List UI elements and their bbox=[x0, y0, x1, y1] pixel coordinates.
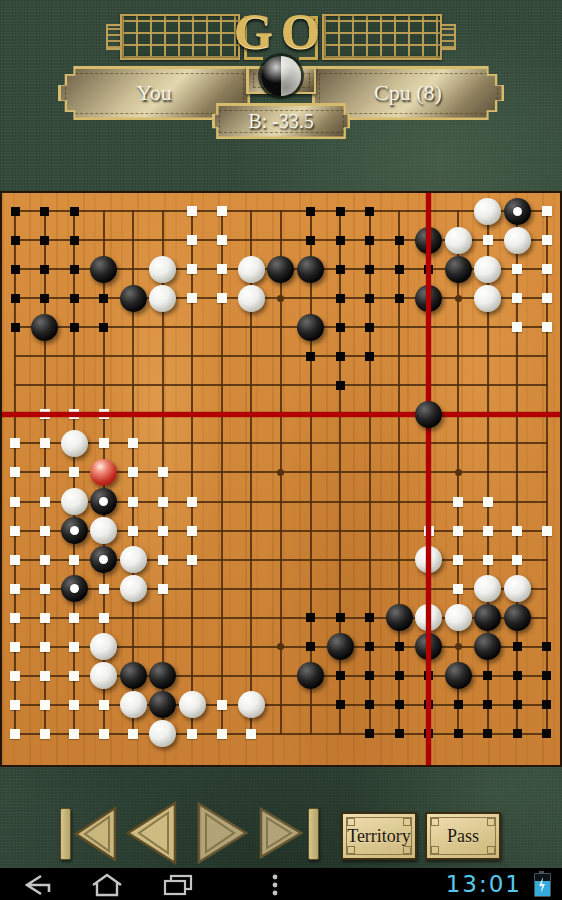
white-territory-marker bbox=[99, 584, 109, 594]
white-territory-marker bbox=[10, 584, 20, 594]
white-stone bbox=[90, 633, 117, 660]
black-territory-marker bbox=[542, 671, 551, 680]
black-stone bbox=[149, 662, 176, 689]
white-stone bbox=[238, 285, 265, 312]
white-territory-marker bbox=[10, 555, 20, 565]
white-territory-marker bbox=[453, 497, 463, 507]
white-stone bbox=[149, 285, 176, 312]
white-territory-marker bbox=[158, 497, 168, 507]
white-territory-marker bbox=[10, 497, 20, 507]
white-territory-marker bbox=[10, 467, 20, 477]
dead-stone-dot bbox=[70, 584, 79, 593]
white-territory-marker bbox=[158, 467, 168, 477]
black-territory-marker bbox=[454, 729, 463, 738]
black-stone bbox=[297, 256, 324, 283]
white-territory-marker bbox=[187, 497, 197, 507]
white-territory-marker bbox=[69, 729, 79, 739]
black-territory-marker bbox=[365, 207, 374, 216]
black-territory-marker bbox=[542, 700, 551, 709]
white-stone bbox=[474, 198, 501, 225]
hoshi-point bbox=[455, 295, 462, 302]
go-to-start-button[interactable] bbox=[70, 805, 120, 863]
dead-stone-dot bbox=[99, 555, 108, 564]
dead-stone-dot bbox=[513, 207, 522, 216]
black-stone bbox=[474, 604, 501, 631]
black-territory-marker bbox=[70, 265, 79, 274]
black-territory-marker bbox=[306, 236, 315, 245]
black-territory-marker bbox=[336, 381, 345, 390]
black-territory-marker bbox=[336, 613, 345, 622]
grid-line-vertical bbox=[398, 210, 400, 735]
white-territory-marker bbox=[40, 555, 50, 565]
white-territory-marker bbox=[187, 729, 197, 739]
white-territory-marker bbox=[512, 264, 522, 274]
white-territory-marker bbox=[217, 264, 227, 274]
black-stone bbox=[31, 314, 58, 341]
grid-line-vertical bbox=[369, 210, 371, 735]
android-status-bar: 13:01 bbox=[0, 868, 562, 900]
white-territory-marker bbox=[128, 438, 138, 448]
black-territory-marker bbox=[395, 294, 404, 303]
crosshair-line-horizontal bbox=[2, 412, 560, 417]
black-territory-marker bbox=[483, 729, 492, 738]
crosshair-line-vertical bbox=[426, 193, 431, 765]
black-territory-marker bbox=[336, 352, 345, 361]
go-to-end-button[interactable] bbox=[258, 806, 306, 860]
status-clock: 13:01 bbox=[446, 871, 522, 897]
white-territory-marker bbox=[10, 700, 20, 710]
score-plate: B: -33.5 bbox=[212, 103, 350, 139]
white-stone bbox=[445, 604, 472, 631]
black-territory-marker bbox=[542, 729, 551, 738]
black-territory-marker bbox=[70, 236, 79, 245]
dead-black-stone bbox=[90, 488, 117, 515]
white-territory-marker bbox=[542, 322, 552, 332]
black-stone bbox=[504, 604, 531, 631]
white-territory-marker bbox=[512, 526, 522, 536]
black-territory-marker bbox=[483, 700, 492, 709]
white-territory-marker bbox=[542, 293, 552, 303]
white-territory-marker bbox=[40, 613, 50, 623]
black-territory-marker bbox=[40, 207, 49, 216]
black-territory-marker bbox=[99, 323, 108, 332]
white-territory-marker bbox=[10, 642, 20, 652]
app-title: GO bbox=[0, 2, 562, 60]
white-territory-marker bbox=[512, 322, 522, 332]
white-territory-marker bbox=[217, 293, 227, 303]
black-stone bbox=[267, 256, 294, 283]
white-territory-marker bbox=[158, 584, 168, 594]
black-stone bbox=[120, 285, 147, 312]
grid-line-vertical bbox=[516, 210, 518, 735]
black-territory-marker bbox=[306, 613, 315, 622]
black-stone bbox=[297, 314, 324, 341]
red-highlighted-stone bbox=[90, 459, 117, 486]
black-territory-marker bbox=[395, 671, 404, 680]
white-stone bbox=[504, 227, 531, 254]
hoshi-point bbox=[277, 643, 284, 650]
black-territory-marker bbox=[365, 323, 374, 332]
white-stone bbox=[474, 575, 501, 602]
white-territory-marker bbox=[512, 555, 522, 565]
white-territory-marker bbox=[69, 671, 79, 681]
white-territory-marker bbox=[99, 613, 109, 623]
white-territory-marker bbox=[10, 671, 20, 681]
white-territory-marker bbox=[483, 235, 493, 245]
white-territory-marker bbox=[217, 206, 227, 216]
white-stone bbox=[445, 227, 472, 254]
white-territory-marker bbox=[128, 467, 138, 477]
white-territory-marker bbox=[128, 729, 138, 739]
hoshi-point bbox=[277, 295, 284, 302]
grid-line-horizontal bbox=[14, 733, 548, 735]
black-territory-marker bbox=[11, 323, 20, 332]
white-territory-marker bbox=[40, 671, 50, 681]
white-territory-marker bbox=[542, 526, 552, 536]
battery-icon bbox=[534, 873, 551, 897]
black-territory-marker bbox=[70, 207, 79, 216]
white-territory-marker bbox=[10, 526, 20, 536]
white-territory-marker bbox=[40, 438, 50, 448]
back-icon[interactable] bbox=[20, 873, 56, 897]
black-territory-marker bbox=[70, 323, 79, 332]
white-territory-marker bbox=[453, 526, 463, 536]
white-territory-marker bbox=[40, 526, 50, 536]
black-territory-marker bbox=[395, 700, 404, 709]
white-territory-marker bbox=[40, 700, 50, 710]
goban[interactable] bbox=[0, 191, 562, 767]
white-stone bbox=[120, 691, 147, 718]
black-stone bbox=[386, 604, 413, 631]
white-stone bbox=[238, 691, 265, 718]
dead-stone-dot bbox=[99, 497, 108, 506]
hoshi-point bbox=[277, 469, 284, 476]
black-territory-marker bbox=[40, 236, 49, 245]
white-territory-marker bbox=[483, 555, 493, 565]
white-territory-marker bbox=[99, 438, 109, 448]
white-stone bbox=[90, 517, 117, 544]
hoshi-point bbox=[455, 643, 462, 650]
white-territory-marker bbox=[10, 613, 20, 623]
pass-button-label: Pass bbox=[447, 826, 479, 847]
white-territory-marker bbox=[217, 235, 227, 245]
white-stone bbox=[90, 662, 117, 689]
white-territory-marker bbox=[69, 613, 79, 623]
white-territory-marker bbox=[99, 700, 109, 710]
black-territory-marker bbox=[306, 207, 315, 216]
black-territory-marker bbox=[365, 642, 374, 651]
white-territory-marker bbox=[40, 497, 50, 507]
black-territory-marker bbox=[513, 671, 522, 680]
black-territory-marker bbox=[11, 265, 20, 274]
white-territory-marker bbox=[128, 526, 138, 536]
black-territory-marker bbox=[11, 236, 20, 245]
black-territory-marker bbox=[365, 236, 374, 245]
black-territory-marker bbox=[306, 352, 315, 361]
black-territory-marker bbox=[365, 294, 374, 303]
white-territory-marker bbox=[542, 235, 552, 245]
hoshi-point bbox=[455, 469, 462, 476]
grid-line-horizontal bbox=[14, 704, 548, 706]
white-territory-marker bbox=[69, 467, 79, 477]
white-territory-marker bbox=[128, 497, 138, 507]
white-stone bbox=[179, 691, 206, 718]
white-territory-marker bbox=[483, 497, 493, 507]
black-territory-marker bbox=[513, 729, 522, 738]
white-territory-marker bbox=[512, 293, 522, 303]
white-territory-marker bbox=[40, 642, 50, 652]
black-territory-marker bbox=[11, 207, 20, 216]
white-territory-marker bbox=[187, 235, 197, 245]
black-territory-marker bbox=[11, 294, 20, 303]
dead-stone-dot bbox=[70, 526, 79, 535]
black-territory-marker bbox=[40, 294, 49, 303]
black-stone bbox=[90, 256, 117, 283]
black-territory-marker bbox=[395, 642, 404, 651]
black-stone bbox=[445, 256, 472, 283]
white-territory-marker bbox=[542, 206, 552, 216]
white-territory-marker bbox=[158, 526, 168, 536]
black-territory-marker bbox=[454, 700, 463, 709]
black-stone bbox=[149, 691, 176, 718]
go-app-screen: GO You Cpu (8) B: -33.5 Territory bbox=[0, 0, 562, 900]
grid-line-vertical bbox=[310, 210, 312, 735]
white-stone bbox=[61, 430, 88, 457]
turn-indicator-stone-icon bbox=[261, 56, 301, 96]
black-territory-marker bbox=[513, 700, 522, 709]
dead-black-stone bbox=[61, 575, 88, 602]
dead-black-stone bbox=[504, 198, 531, 225]
white-stone bbox=[474, 256, 501, 283]
white-territory-marker bbox=[69, 555, 79, 565]
white-territory-marker bbox=[69, 642, 79, 652]
dead-black-stone bbox=[61, 517, 88, 544]
black-territory-marker bbox=[395, 236, 404, 245]
white-stone bbox=[61, 488, 88, 515]
white-territory-marker bbox=[40, 467, 50, 477]
black-territory-marker bbox=[99, 294, 108, 303]
white-territory-marker bbox=[10, 438, 20, 448]
score-label: B: -33.5 bbox=[212, 103, 350, 139]
black-territory-marker bbox=[395, 729, 404, 738]
white-stone bbox=[149, 256, 176, 283]
black-stone bbox=[474, 633, 501, 660]
black-territory-marker bbox=[513, 642, 522, 651]
white-territory-marker bbox=[453, 555, 463, 565]
black-stone bbox=[445, 662, 472, 689]
go-to-end-bar[interactable] bbox=[308, 808, 319, 860]
white-territory-marker bbox=[187, 555, 197, 565]
black-territory-marker bbox=[336, 671, 345, 680]
black-territory-marker bbox=[395, 265, 404, 274]
black-territory-marker bbox=[336, 207, 345, 216]
black-territory-marker bbox=[365, 352, 374, 361]
grid-line-vertical bbox=[546, 210, 548, 735]
recents-icon[interactable] bbox=[160, 873, 196, 897]
pass-button[interactable]: Pass bbox=[425, 812, 501, 860]
territory-button-label: Territory bbox=[347, 826, 411, 847]
black-territory-marker bbox=[336, 323, 345, 332]
white-territory-marker bbox=[40, 729, 50, 739]
white-territory-marker bbox=[40, 584, 50, 594]
white-territory-marker bbox=[158, 555, 168, 565]
black-territory-marker bbox=[365, 671, 374, 680]
white-territory-marker bbox=[99, 729, 109, 739]
white-territory-marker bbox=[69, 700, 79, 710]
dead-black-stone bbox=[90, 546, 117, 573]
white-territory-marker bbox=[217, 700, 227, 710]
white-stone bbox=[120, 546, 147, 573]
black-territory-marker bbox=[40, 265, 49, 274]
black-territory-marker bbox=[365, 729, 374, 738]
black-territory-marker bbox=[365, 700, 374, 709]
white-stone bbox=[504, 575, 531, 602]
black-territory-marker bbox=[70, 294, 79, 303]
white-stone bbox=[120, 575, 147, 602]
black-territory-marker bbox=[336, 265, 345, 274]
home-icon[interactable] bbox=[90, 873, 124, 897]
black-territory-marker bbox=[542, 642, 551, 651]
white-territory-marker bbox=[483, 526, 493, 536]
white-territory-marker bbox=[246, 729, 256, 739]
black-stone-last-move bbox=[415, 401, 442, 428]
white-stone bbox=[238, 256, 265, 283]
black-territory-marker bbox=[336, 294, 345, 303]
black-stone bbox=[120, 662, 147, 689]
white-territory-marker bbox=[187, 206, 197, 216]
step-back-button[interactable] bbox=[122, 800, 180, 866]
white-stone bbox=[149, 720, 176, 747]
white-territory-marker bbox=[187, 264, 197, 274]
black-stone bbox=[327, 633, 354, 660]
black-stone bbox=[297, 662, 324, 689]
white-territory-marker bbox=[187, 293, 197, 303]
white-territory-marker bbox=[187, 526, 197, 536]
menu-overflow-icon[interactable] bbox=[270, 873, 280, 897]
black-territory-marker bbox=[306, 642, 315, 651]
territory-button[interactable]: Territory bbox=[341, 812, 417, 860]
black-territory-marker bbox=[336, 236, 345, 245]
white-territory-marker bbox=[453, 584, 463, 594]
black-territory-marker bbox=[336, 700, 345, 709]
grid-line-horizontal bbox=[14, 588, 548, 590]
black-territory-marker bbox=[483, 671, 492, 680]
step-forward-button[interactable] bbox=[196, 801, 252, 865]
black-territory-marker bbox=[365, 613, 374, 622]
black-territory-marker bbox=[365, 265, 374, 274]
white-territory-marker bbox=[542, 264, 552, 274]
white-stone bbox=[474, 285, 501, 312]
white-territory-marker bbox=[217, 729, 227, 739]
white-territory-marker bbox=[10, 729, 20, 739]
